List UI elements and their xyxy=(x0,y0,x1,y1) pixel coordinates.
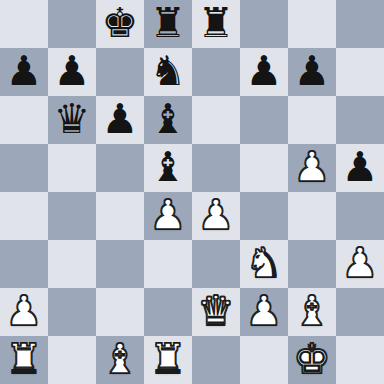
piece-black-bishop[interactable]: ♝ xyxy=(150,147,187,188)
square-b1[interactable] xyxy=(48,336,96,384)
square-b6[interactable]: ♛ xyxy=(48,96,96,144)
square-g8[interactable] xyxy=(288,0,336,48)
square-e6[interactable] xyxy=(192,96,240,144)
piece-black-bishop[interactable]: ♝ xyxy=(150,99,187,140)
square-e7[interactable] xyxy=(192,48,240,96)
square-a4[interactable] xyxy=(0,192,48,240)
square-c2[interactable] xyxy=(96,288,144,336)
square-d2[interactable] xyxy=(144,288,192,336)
square-h8[interactable] xyxy=(336,0,384,48)
square-a5[interactable] xyxy=(0,144,48,192)
square-h2[interactable] xyxy=(336,288,384,336)
square-d4[interactable]: ♟ xyxy=(144,192,192,240)
square-g4[interactable] xyxy=(288,192,336,240)
piece-black-pawn[interactable]: ♟ xyxy=(246,51,283,92)
piece-white-pawn[interactable]: ♟ xyxy=(294,147,331,188)
square-d8[interactable]: ♜ xyxy=(144,0,192,48)
square-c8[interactable]: ♚ xyxy=(96,0,144,48)
square-e3[interactable] xyxy=(192,240,240,288)
piece-white-bishop[interactable]: ♝ xyxy=(102,339,139,380)
square-f8[interactable] xyxy=(240,0,288,48)
square-f3[interactable]: ♞ xyxy=(240,240,288,288)
square-e1[interactable] xyxy=(192,336,240,384)
square-f5[interactable] xyxy=(240,144,288,192)
piece-white-king[interactable]: ♚ xyxy=(294,339,331,380)
square-h1[interactable] xyxy=(336,336,384,384)
square-f2[interactable]: ♟ xyxy=(240,288,288,336)
square-h5[interactable]: ♟ xyxy=(336,144,384,192)
piece-black-pawn[interactable]: ♟ xyxy=(54,51,91,92)
square-h3[interactable]: ♟ xyxy=(336,240,384,288)
square-c4[interactable] xyxy=(96,192,144,240)
square-g5[interactable]: ♟ xyxy=(288,144,336,192)
square-d1[interactable]: ♜ xyxy=(144,336,192,384)
chess-board: ♚♜♜♟♟♞♟♟♛♟♝♝♟♟♟♟♞♟♟♛♟♝♜♝♜♚ xyxy=(0,0,384,384)
square-a2[interactable]: ♟ xyxy=(0,288,48,336)
piece-black-pawn[interactable]: ♟ xyxy=(102,99,139,140)
square-g7[interactable]: ♟ xyxy=(288,48,336,96)
square-c7[interactable] xyxy=(96,48,144,96)
piece-black-rook[interactable]: ♜ xyxy=(198,3,235,44)
square-f1[interactable] xyxy=(240,336,288,384)
piece-white-bishop[interactable]: ♝ xyxy=(294,291,331,332)
square-c6[interactable]: ♟ xyxy=(96,96,144,144)
square-h7[interactable] xyxy=(336,48,384,96)
square-b3[interactable] xyxy=(48,240,96,288)
square-b2[interactable] xyxy=(48,288,96,336)
square-h4[interactable] xyxy=(336,192,384,240)
piece-white-knight[interactable]: ♞ xyxy=(246,243,283,284)
piece-white-pawn[interactable]: ♟ xyxy=(198,195,235,236)
square-c1[interactable]: ♝ xyxy=(96,336,144,384)
square-f7[interactable]: ♟ xyxy=(240,48,288,96)
square-c5[interactable] xyxy=(96,144,144,192)
piece-black-queen[interactable]: ♛ xyxy=(54,99,91,140)
square-a8[interactable] xyxy=(0,0,48,48)
piece-black-pawn[interactable]: ♟ xyxy=(342,147,379,188)
square-f6[interactable] xyxy=(240,96,288,144)
square-b5[interactable] xyxy=(48,144,96,192)
square-b4[interactable] xyxy=(48,192,96,240)
square-d6[interactable]: ♝ xyxy=(144,96,192,144)
square-b8[interactable] xyxy=(48,0,96,48)
piece-black-king[interactable]: ♚ xyxy=(102,3,139,44)
piece-white-pawn[interactable]: ♟ xyxy=(150,195,187,236)
piece-white-rook[interactable]: ♜ xyxy=(6,339,43,380)
square-g6[interactable] xyxy=(288,96,336,144)
square-g3[interactable] xyxy=(288,240,336,288)
square-d3[interactable] xyxy=(144,240,192,288)
piece-black-pawn[interactable]: ♟ xyxy=(294,51,331,92)
square-d7[interactable]: ♞ xyxy=(144,48,192,96)
piece-white-rook[interactable]: ♜ xyxy=(150,339,187,380)
piece-black-knight[interactable]: ♞ xyxy=(150,51,187,92)
square-e8[interactable]: ♜ xyxy=(192,0,240,48)
square-b7[interactable]: ♟ xyxy=(48,48,96,96)
square-c3[interactable] xyxy=(96,240,144,288)
piece-white-pawn[interactable]: ♟ xyxy=(246,291,283,332)
piece-white-pawn[interactable]: ♟ xyxy=(342,243,379,284)
square-a6[interactable] xyxy=(0,96,48,144)
square-f4[interactable] xyxy=(240,192,288,240)
square-a3[interactable] xyxy=(0,240,48,288)
square-a7[interactable]: ♟ xyxy=(0,48,48,96)
square-e5[interactable] xyxy=(192,144,240,192)
piece-white-pawn[interactable]: ♟ xyxy=(6,291,43,332)
piece-black-pawn[interactable]: ♟ xyxy=(6,51,43,92)
piece-white-queen[interactable]: ♛ xyxy=(198,291,235,332)
square-e4[interactable]: ♟ xyxy=(192,192,240,240)
square-d5[interactable]: ♝ xyxy=(144,144,192,192)
square-g2[interactable]: ♝ xyxy=(288,288,336,336)
square-g1[interactable]: ♚ xyxy=(288,336,336,384)
piece-black-rook[interactable]: ♜ xyxy=(150,3,187,44)
square-h6[interactable] xyxy=(336,96,384,144)
square-e2[interactable]: ♛ xyxy=(192,288,240,336)
square-a1[interactable]: ♜ xyxy=(0,336,48,384)
